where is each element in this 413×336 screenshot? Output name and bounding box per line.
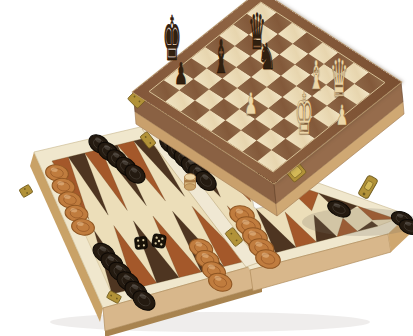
box-dangling-clasp[interactable] <box>358 175 379 200</box>
product-photo-chess-backgammon-set: ♚♟♝♛♞♟♝♛♚♟ <box>0 0 413 336</box>
checker-black-loose-right[interactable] <box>325 198 353 221</box>
foreground-layer <box>0 0 413 336</box>
